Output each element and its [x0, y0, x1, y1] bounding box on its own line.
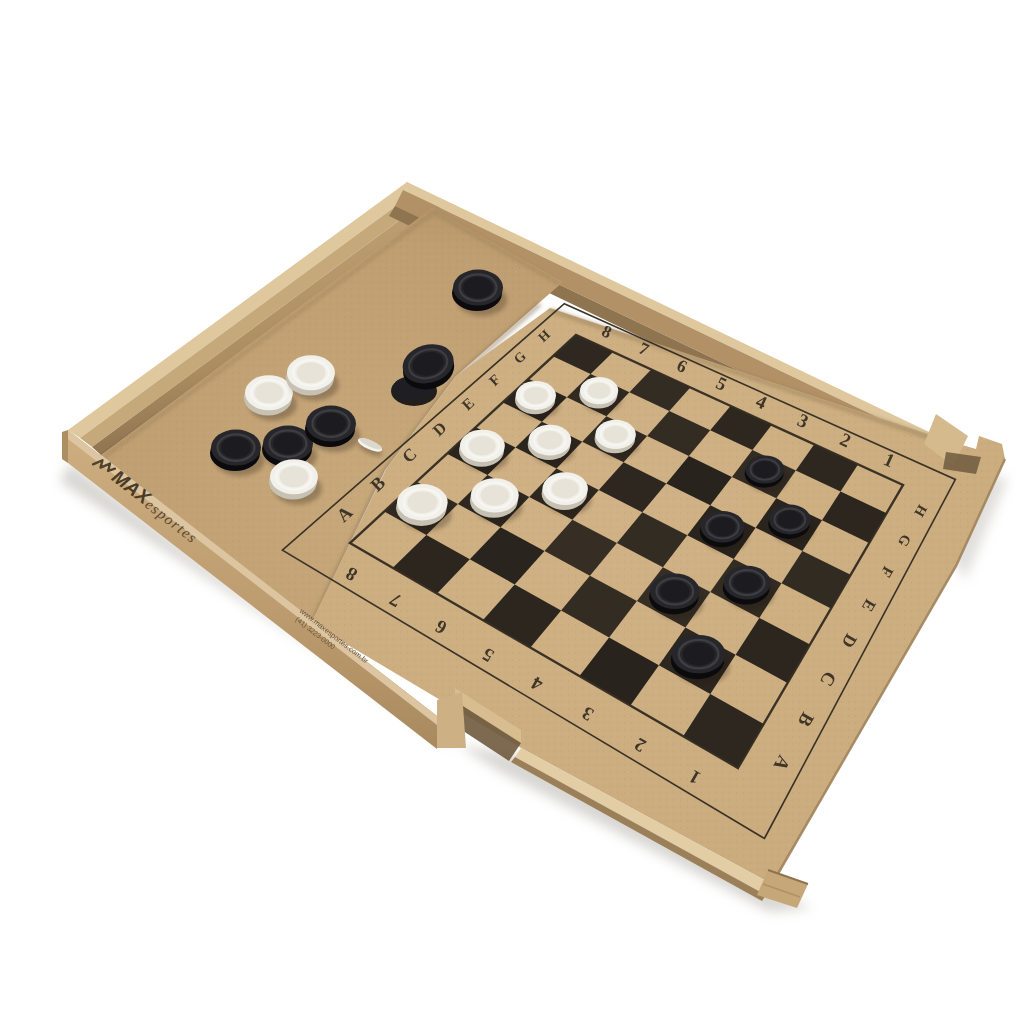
- product-photo: ABCDEFGH12345678ABCDEFGH12345678 MAX esp…: [0, 0, 1024, 1024]
- scene-svg: ABCDEFGH12345678ABCDEFGH12345678 MAX esp…: [0, 0, 1024, 1024]
